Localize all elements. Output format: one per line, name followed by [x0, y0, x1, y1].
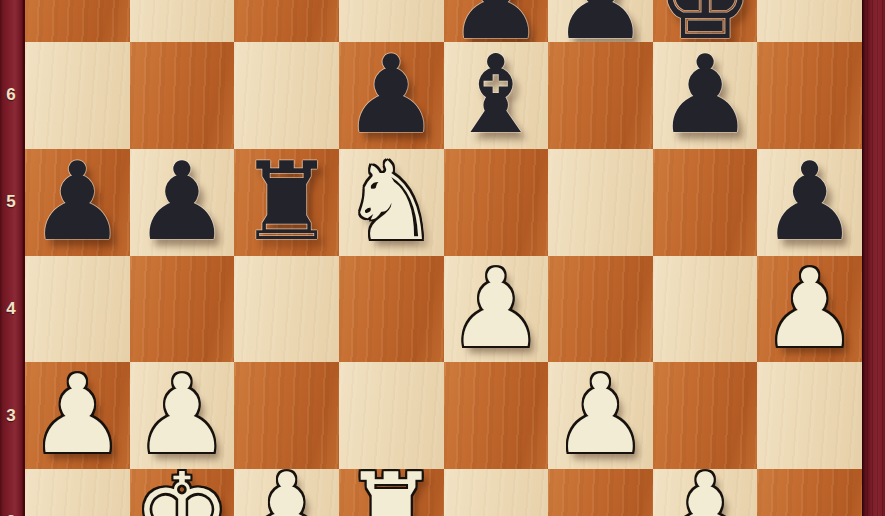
square-e2[interactable]: [444, 469, 549, 516]
piece-black-bishop[interactable]: ♝: [444, 42, 549, 149]
square-a6[interactable]: [25, 42, 130, 149]
square-h6[interactable]: [757, 42, 862, 149]
square-e3[interactable]: [444, 362, 549, 469]
square-b6[interactable]: [130, 42, 235, 149]
chess-diagram: ♟♟♚♟♝♟♟♟♜♞♟♟♟♟♟♟♚♟♜♟ 65432: [0, 0, 885, 516]
square-d6[interactable]: ♟: [339, 42, 444, 149]
square-b2[interactable]: ♚: [130, 469, 235, 516]
square-g4[interactable]: [653, 256, 758, 363]
square-h4[interactable]: ♟: [757, 256, 862, 363]
square-a4[interactable]: [25, 256, 130, 363]
rank-label-3: 3: [0, 405, 22, 427]
piece-white-pawn[interactable]: ♟: [653, 460, 758, 516]
piece-black-pawn[interactable]: ♟: [25, 149, 130, 256]
piece-black-pawn[interactable]: ♟: [130, 149, 235, 256]
piece-black-pawn[interactable]: ♟: [339, 42, 444, 149]
piece-white-pawn[interactable]: ♟: [757, 256, 862, 363]
square-h2[interactable]: [757, 469, 862, 516]
square-g5[interactable]: [653, 149, 758, 256]
square-c4[interactable]: [234, 256, 339, 363]
square-d4[interactable]: [339, 256, 444, 363]
square-h5[interactable]: ♟: [757, 149, 862, 256]
square-a2[interactable]: [25, 469, 130, 516]
square-f7[interactable]: ♟: [548, 0, 653, 42]
square-h7[interactable]: [757, 0, 862, 42]
square-h3[interactable]: [757, 362, 862, 469]
rank-label-2: 2: [0, 511, 22, 516]
square-b4[interactable]: [130, 256, 235, 363]
piece-white-pawn[interactable]: ♟: [444, 256, 549, 363]
rank-label-5: 5: [0, 191, 22, 213]
piece-white-pawn[interactable]: ♟: [234, 460, 339, 516]
square-c2[interactable]: ♟: [234, 469, 339, 516]
rank-label-6: 6: [0, 84, 22, 106]
square-f6[interactable]: [548, 42, 653, 149]
piece-white-rook[interactable]: ♜: [339, 460, 444, 516]
square-c7[interactable]: [234, 0, 339, 42]
square-f4[interactable]: [548, 256, 653, 363]
square-a3[interactable]: ♟: [25, 362, 130, 469]
square-f2[interactable]: [548, 469, 653, 516]
piece-black-rook[interactable]: ♜: [234, 149, 339, 256]
piece-black-pawn[interactable]: ♟: [653, 42, 758, 149]
square-e4[interactable]: ♟: [444, 256, 549, 363]
piece-white-pawn[interactable]: ♟: [25, 362, 130, 469]
square-f5[interactable]: [548, 149, 653, 256]
piece-white-knight[interactable]: ♞: [339, 149, 444, 256]
square-a7[interactable]: [25, 0, 130, 42]
square-d5[interactable]: ♞: [339, 149, 444, 256]
square-g2[interactable]: ♟: [653, 469, 758, 516]
chess-board: ♟♟♚♟♝♟♟♟♜♞♟♟♟♟♟♟♚♟♜♟: [25, 0, 862, 516]
board-frame-left: [0, 0, 25, 516]
square-c6[interactable]: [234, 42, 339, 149]
piece-white-king[interactable]: ♚: [130, 460, 235, 516]
piece-white-pawn[interactable]: ♟: [548, 362, 653, 469]
square-e5[interactable]: [444, 149, 549, 256]
square-b7[interactable]: [130, 0, 235, 42]
board-frame-right: [862, 0, 885, 516]
square-e6[interactable]: ♝: [444, 42, 549, 149]
square-g6[interactable]: ♟: [653, 42, 758, 149]
square-d2[interactable]: ♜: [339, 469, 444, 516]
square-c5[interactable]: ♜: [234, 149, 339, 256]
rank-label-4: 4: [0, 298, 22, 320]
piece-black-pawn[interactable]: ♟: [757, 149, 862, 256]
square-f3[interactable]: ♟: [548, 362, 653, 469]
square-a5[interactable]: ♟: [25, 149, 130, 256]
square-b5[interactable]: ♟: [130, 149, 235, 256]
